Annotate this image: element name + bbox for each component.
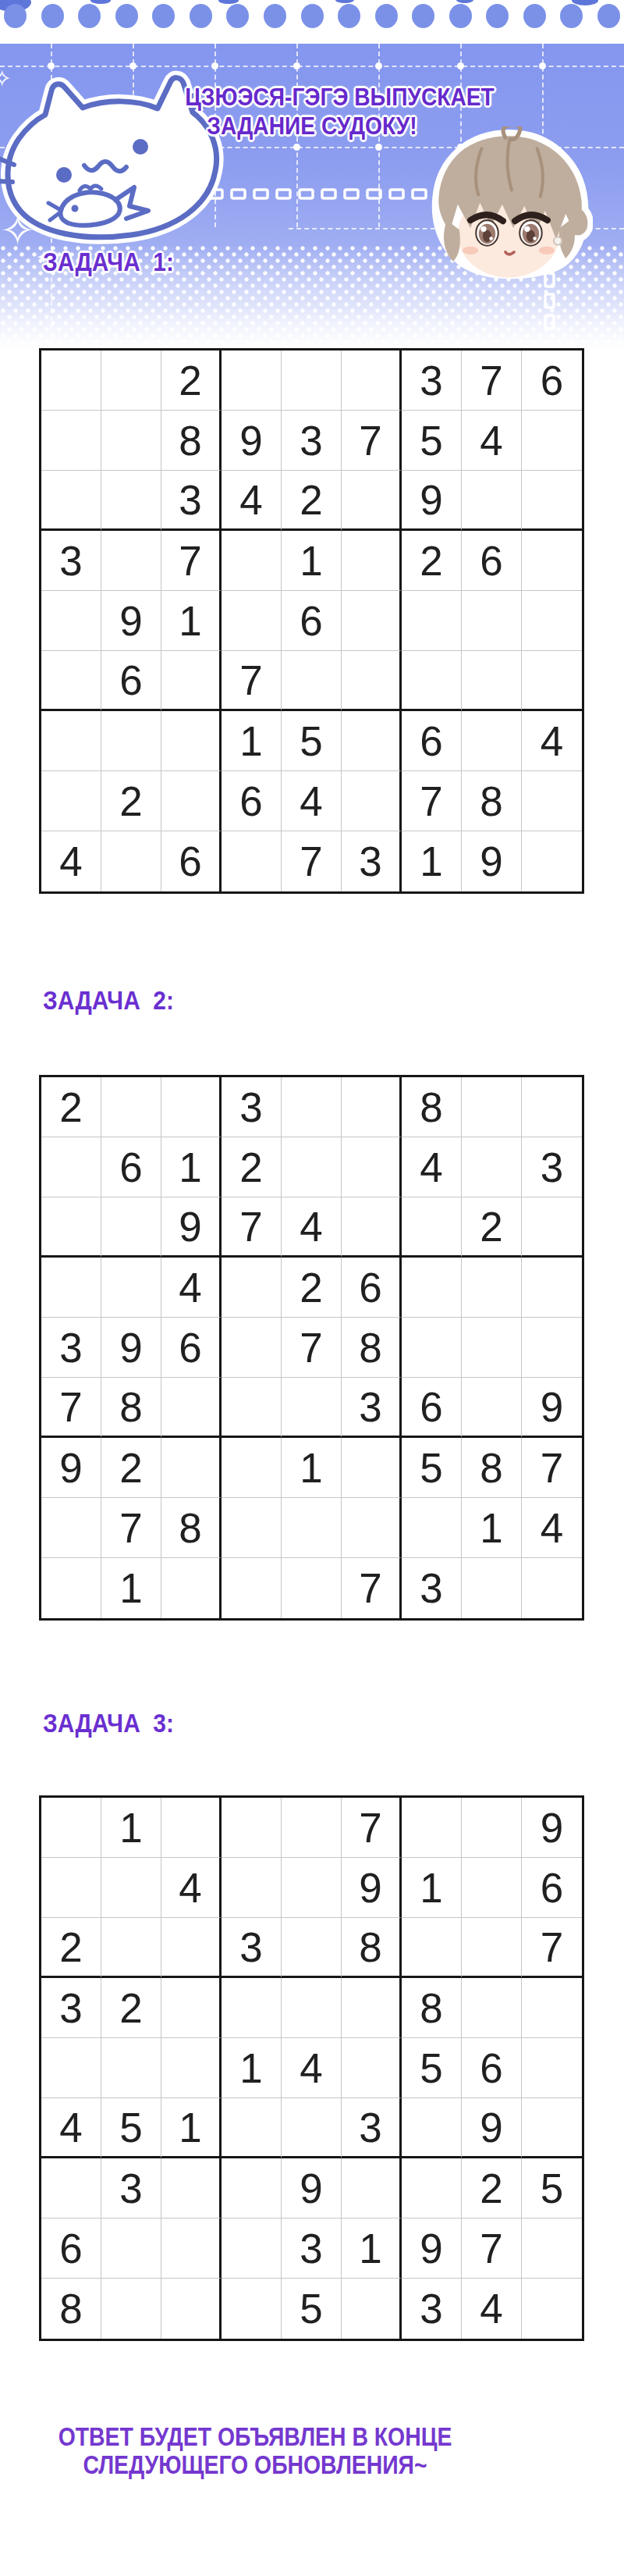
- sudoku-cell: 4: [462, 2279, 522, 2339]
- sudoku-cell: [222, 1498, 282, 1558]
- sudoku-cell: 7: [282, 1318, 342, 1378]
- sudoku-cell: 1: [101, 1558, 161, 1618]
- sudoku-cell: 3: [282, 411, 342, 471]
- sudoku-cell: 1: [462, 1498, 522, 1558]
- sudoku-cell: [342, 1498, 402, 1558]
- sudoku-cell: 7: [462, 350, 522, 411]
- sudoku-cell: [161, 2158, 222, 2218]
- sudoku-cell: [282, 1498, 342, 1558]
- sudoku-cell: 2: [101, 771, 161, 831]
- perforation-dot: [449, 4, 472, 28]
- sudoku-cell: [462, 1137, 522, 1197]
- sudoku-cell: [41, 1197, 101, 1258]
- sudoku-grid-1: 237689375434293712691667156426478467319: [39, 348, 584, 894]
- sudoku-cell: [342, 1978, 402, 2038]
- decor-bump: [456, 0, 473, 3]
- sudoku-cell: [161, 2038, 222, 2098]
- perforation-dot: [115, 4, 138, 28]
- sudoku-cell: [282, 1798, 342, 1858]
- sudoku-cell: 2: [101, 1978, 161, 2038]
- sudoku-cell: 9: [462, 2098, 522, 2158]
- sudoku-cell: 1: [161, 591, 222, 651]
- perforation-dot: [78, 4, 101, 28]
- sudoku-cell: [522, 471, 582, 531]
- sudoku-cell: [342, 471, 402, 531]
- sudoku-cell: [282, 1137, 342, 1197]
- sudoku-cell: [41, 771, 101, 831]
- sudoku-cell: 6: [101, 651, 161, 711]
- sudoku-cell: [41, 2038, 101, 2098]
- sudoku-cell: 4: [222, 471, 282, 531]
- sudoku-cell: [101, 350, 161, 411]
- sudoku-cell: [462, 1558, 522, 1618]
- sudoku-cell: 9: [462, 831, 522, 891]
- task-3-label: ЗАДАЧА 3:: [43, 1708, 174, 1738]
- sudoku-cell: [282, 2098, 342, 2158]
- grid-intersection-dot: [293, 62, 300, 69]
- sudoku-cell: 2: [462, 1197, 522, 1258]
- sudoku-cell: [101, 2279, 161, 2339]
- sudoku-cell: 3: [161, 471, 222, 531]
- sudoku-cell: 3: [342, 2098, 402, 2158]
- sudoku-cell: 9: [41, 1438, 101, 1498]
- sudoku-cell: [101, 1258, 161, 1318]
- sudoku-cell: [402, 1197, 462, 1258]
- sudoku-cell: 6: [342, 1258, 402, 1318]
- decor-bump: [335, 0, 354, 3]
- sudoku-cell: 9: [282, 2158, 342, 2218]
- sudoku-cell: [342, 1197, 402, 1258]
- sudoku-cell: [342, 2158, 402, 2218]
- sudoku-cell: 6: [222, 771, 282, 831]
- sudoku-cell: [41, 591, 101, 651]
- sudoku-cell: [342, 651, 402, 711]
- sudoku-cell: [522, 411, 582, 471]
- sudoku-cell: 1: [402, 1858, 462, 1918]
- sudoku-cell: 6: [282, 591, 342, 651]
- sudoku-cell: [41, 471, 101, 531]
- speech-line-2: ЗАДАНИЕ СУДОКУ!: [185, 112, 439, 141]
- sudoku-cell: [222, 1978, 282, 2038]
- perforation-dot: [4, 4, 27, 28]
- sudoku-cell: 2: [161, 350, 222, 411]
- sudoku-cell: 4: [402, 1137, 462, 1197]
- sudoku-cell: [222, 591, 282, 651]
- sudoku-cell: 8: [462, 771, 522, 831]
- sudoku-cell: [161, 1378, 222, 1438]
- sudoku-cell: 8: [161, 411, 222, 471]
- sudoku-cell: [342, 1137, 402, 1197]
- sudoku-cell: 2: [41, 1918, 101, 1978]
- sudoku-cell: 5: [282, 711, 342, 771]
- sudoku-cell: [101, 1197, 161, 1258]
- sudoku-cell: 8: [161, 1498, 222, 1558]
- sudoku-cell: 6: [41, 2218, 101, 2279]
- comic-page: ✦ ✧ ✧ ✦ ЦЗЮЭСЯ-ГЭГЭ ВЫПУСКАЕТ ЗАДАНИЕ СУ…: [0, 0, 624, 2576]
- sudoku-cell: [342, 350, 402, 411]
- sudoku-cell: 9: [101, 1318, 161, 1378]
- sudoku-cell: [402, 1498, 462, 1558]
- sudoku-cell: [41, 711, 101, 771]
- sudoku-cell: [402, 2158, 462, 2218]
- sudoku-cell: 3: [41, 531, 101, 591]
- sudoku-cell: 6: [462, 531, 522, 591]
- sudoku-cell: 6: [462, 2038, 522, 2098]
- sudoku-cell: 3: [522, 1137, 582, 1197]
- sudoku-cell: [222, 1378, 282, 1438]
- sudoku-cell: 5: [522, 2158, 582, 2218]
- sudoku-cell: 7: [342, 1558, 402, 1618]
- sudoku-cell: [342, 771, 402, 831]
- sudoku-cell: [342, 2038, 402, 2098]
- sudoku-cell: [462, 1978, 522, 2038]
- sudoku-cell: [522, 651, 582, 711]
- sudoku-cell: 7: [161, 531, 222, 591]
- sudoku-cell: 3: [222, 1918, 282, 1978]
- sudoku-cell: 3: [402, 350, 462, 411]
- sudoku-cell: [402, 1798, 462, 1858]
- sudoku-cell: [342, 531, 402, 591]
- sudoku-cell: [101, 831, 161, 891]
- sudoku-grid-3: 179491623873281456451393925631978534: [39, 1795, 584, 2341]
- sudoku-cell: [222, 1858, 282, 1918]
- sudoku-cell: [101, 2038, 161, 2098]
- sudoku-cell: [41, 1558, 101, 1618]
- grid-intersection-dot: [375, 62, 382, 69]
- sudoku-cell: 9: [161, 1197, 222, 1258]
- sudoku-cell: [222, 1258, 282, 1318]
- sudoku-cell: [342, 711, 402, 771]
- sudoku-cell: 2: [222, 1137, 282, 1197]
- sudoku-cell: 2: [282, 471, 342, 531]
- sudoku-cell: [101, 1858, 161, 1918]
- sudoku-cell: [402, 651, 462, 711]
- sudoku-cell: [522, 531, 582, 591]
- sudoku-cell: [161, 711, 222, 771]
- sudoku-cell: [522, 1558, 582, 1618]
- speech-text: ЦЗЮЭСЯ-ГЭГЭ ВЫПУСКАЕТ ЗАДАНИЕ СУДОКУ!: [185, 83, 439, 141]
- sudoku-cell: [522, 1258, 582, 1318]
- speech-line-1: ЦЗЮЭСЯ-ГЭГЭ ВЫПУСКАЕТ: [185, 83, 439, 112]
- sudoku-cell: 5: [402, 411, 462, 471]
- sudoku-cell: [402, 591, 462, 651]
- sudoku-cell: 3: [222, 1077, 282, 1137]
- grid-intersection-dot: [539, 62, 546, 69]
- sudoku-cell: [161, 771, 222, 831]
- perforation-dot: [190, 4, 212, 28]
- sudoku-cell: [161, 2279, 222, 2339]
- sudoku-cell: 2: [282, 1258, 342, 1318]
- task-1-label: ЗАДАЧА 1:: [43, 247, 174, 277]
- sudoku-cell: 2: [462, 2158, 522, 2218]
- perforation-dot: [338, 4, 360, 28]
- sudoku-cell: [522, 2038, 582, 2098]
- perforation-dot: [412, 4, 434, 28]
- perforation-dot: [375, 4, 398, 28]
- grid-intersection-dot: [375, 144, 382, 151]
- sudoku-cell: [222, 2158, 282, 2218]
- sudoku-cell: [161, 1918, 222, 1978]
- sudoku-cell: [462, 471, 522, 531]
- sudoku-cell: 4: [41, 831, 101, 891]
- sudoku-cell: 6: [161, 1318, 222, 1378]
- perforation-dot: [41, 4, 64, 28]
- sudoku-cell: [522, 771, 582, 831]
- sudoku-cell: 3: [282, 2218, 342, 2279]
- perforation-dot: [301, 4, 324, 28]
- sudoku-cell: 4: [282, 771, 342, 831]
- sudoku-cell: 3: [402, 1558, 462, 1618]
- sudoku-cell: [462, 1918, 522, 1978]
- sudoku-cell: [222, 1798, 282, 1858]
- footer-note: ОТВЕТ БУДЕТ ОБЪЯВЛЕН В КОНЦЕ СЛЕДУЮЩЕГО …: [36, 2423, 474, 2480]
- sudoku-grid-2: 23861243974242639678783699215877814173: [39, 1075, 584, 1621]
- top-perforation-strip: [0, 0, 624, 44]
- sudoku-cell: 6: [402, 711, 462, 771]
- perforation-dot: [486, 4, 509, 28]
- sudoku-cell: 1: [161, 2098, 222, 2158]
- sudoku-cell: [41, 1858, 101, 1918]
- sudoku-cell: [522, 831, 582, 891]
- sudoku-cell: [41, 1137, 101, 1197]
- sudoku-cell: 1: [282, 1438, 342, 1498]
- sudoku-cell: [161, 1798, 222, 1858]
- sudoku-cell: [101, 1918, 161, 1978]
- sudoku-cell: [41, 1258, 101, 1318]
- perforation-dot: [523, 4, 546, 28]
- sudoku-cell: 8: [402, 1077, 462, 1137]
- sudoku-cell: 5: [402, 2038, 462, 2098]
- sudoku-cell: 3: [41, 1978, 101, 2038]
- sudoku-cell: [402, 1918, 462, 1978]
- sudoku-cell: [342, 1438, 402, 1498]
- sudoku-cell: [222, 350, 282, 411]
- sudoku-cell: 7: [342, 1798, 402, 1858]
- sudoku-cell: [462, 1798, 522, 1858]
- sudoku-cell: 9: [342, 1858, 402, 1918]
- sudoku-cell: 7: [222, 651, 282, 711]
- sudoku-cell: [522, 1077, 582, 1137]
- sudoku-cell: [462, 1258, 522, 1318]
- sudoku-cell: 3: [101, 2158, 161, 2218]
- sudoku-cell: [282, 1077, 342, 1137]
- sudoku-cell: [222, 531, 282, 591]
- sudoku-cell: [522, 2098, 582, 2158]
- sudoku-cell: 9: [222, 411, 282, 471]
- sudoku-cell: [462, 711, 522, 771]
- sudoku-cell: 6: [522, 350, 582, 411]
- perforation-dot: [264, 4, 286, 28]
- sudoku-cell: 7: [462, 2218, 522, 2279]
- perforation-dot: [597, 4, 620, 28]
- sudoku-cell: 9: [402, 471, 462, 531]
- sudoku-cell: [41, 651, 101, 711]
- sudoku-cell: 1: [222, 711, 282, 771]
- sudoku-cell: 9: [522, 1798, 582, 1858]
- sudoku-cell: 5: [101, 2098, 161, 2158]
- sudoku-cell: 7: [282, 831, 342, 891]
- task-2-label: ЗАДАЧА 2:: [43, 985, 174, 1016]
- sudoku-cell: [161, 1077, 222, 1137]
- sudoku-cell: [222, 831, 282, 891]
- sudoku-cell: [282, 350, 342, 411]
- sudoku-cell: 4: [462, 411, 522, 471]
- sudoku-cell: 9: [402, 2218, 462, 2279]
- sudoku-cell: [282, 1378, 342, 1438]
- sudoku-cell: 5: [282, 2279, 342, 2339]
- sudoku-cell: [101, 471, 161, 531]
- sudoku-cell: [282, 1558, 342, 1618]
- sudoku-cell: 7: [222, 1197, 282, 1258]
- sudoku-cell: [402, 2098, 462, 2158]
- sudoku-cell: 2: [402, 531, 462, 591]
- sudoku-cell: 9: [101, 591, 161, 651]
- perforation-dots-row: [0, 4, 624, 28]
- sudoku-cell: [342, 2279, 402, 2339]
- grid-intersection-dot: [457, 62, 464, 69]
- grid-intersection-dot: [293, 144, 300, 151]
- sudoku-cell: [41, 1498, 101, 1558]
- sudoku-cell: [522, 1197, 582, 1258]
- sudoku-cell: [342, 591, 402, 651]
- sudoku-cell: [462, 1318, 522, 1378]
- perforation-dot: [152, 4, 175, 28]
- sudoku-cell: [462, 651, 522, 711]
- sudoku-cell: 7: [522, 1918, 582, 1978]
- sudoku-cell: 9: [522, 1378, 582, 1438]
- sudoku-cell: 6: [522, 1858, 582, 1918]
- sudoku-cell: [41, 1798, 101, 1858]
- sudoku-cell: [282, 1918, 342, 1978]
- sudoku-cell: 1: [222, 2038, 282, 2098]
- sudoku-cell: 6: [101, 1137, 161, 1197]
- footer-line-2: СЛЕДУЮЩЕГО ОБНОВЛЕНИЯ~: [36, 2451, 474, 2479]
- sudoku-cell: 7: [101, 1498, 161, 1558]
- sudoku-cell: 1: [101, 1798, 161, 1858]
- sudoku-cell: [282, 1978, 342, 2038]
- sudoku-cell: 4: [161, 1858, 222, 1918]
- sudoku-cell: [101, 411, 161, 471]
- sudoku-cell: 7: [402, 771, 462, 831]
- sudoku-cell: [41, 2158, 101, 2218]
- sudoku-cell: 3: [342, 1378, 402, 1438]
- sudoku-cell: [522, 2279, 582, 2339]
- footer-line-1: ОТВЕТ БУДЕТ ОБЪЯВЛЕН В КОНЦЕ: [36, 2423, 474, 2451]
- sudoku-cell: 4: [522, 711, 582, 771]
- sudoku-cell: 1: [282, 531, 342, 591]
- sudoku-cell: [222, 2098, 282, 2158]
- sudoku-cell: [282, 1858, 342, 1918]
- sudoku-cell: 7: [41, 1378, 101, 1438]
- sudoku-cell: 2: [41, 1077, 101, 1137]
- sudoku-cell: [222, 2218, 282, 2279]
- sudoku-cell: [522, 1978, 582, 2038]
- sudoku-cell: [462, 1077, 522, 1137]
- sudoku-cell: [161, 2218, 222, 2279]
- sudoku-cell: [101, 711, 161, 771]
- sudoku-cell: 1: [342, 2218, 402, 2279]
- sudoku-cell: [522, 2218, 582, 2279]
- sudoku-cell: 1: [161, 1137, 222, 1197]
- sudoku-cell: [282, 651, 342, 711]
- sudoku-cell: 4: [41, 2098, 101, 2158]
- sudoku-cell: [41, 411, 101, 471]
- sudoku-cell: 7: [522, 1438, 582, 1498]
- sudoku-cell: [462, 591, 522, 651]
- sudoku-cell: 3: [41, 1318, 101, 1378]
- sudoku-cell: 4: [161, 1258, 222, 1318]
- sudoku-cell: 6: [402, 1378, 462, 1438]
- sudoku-cell: [101, 2218, 161, 2279]
- sudoku-cell: 4: [522, 1498, 582, 1558]
- perforation-dot: [226, 4, 249, 28]
- sudoku-cell: [522, 1318, 582, 1378]
- sudoku-cell: [462, 1858, 522, 1918]
- sudoku-cell: [462, 1378, 522, 1438]
- sudoku-cell: [161, 1558, 222, 1618]
- perforation-dot: [560, 4, 583, 28]
- sudoku-cell: [161, 1438, 222, 1498]
- sudoku-cell: [402, 1318, 462, 1378]
- sudoku-cell: [161, 651, 222, 711]
- sudoku-cell: [222, 1318, 282, 1378]
- sudoku-cell: 4: [282, 1197, 342, 1258]
- sudoku-cell: 7: [342, 411, 402, 471]
- sudoku-cell: [342, 1077, 402, 1137]
- sudoku-cell: [101, 531, 161, 591]
- sudoku-cell: [222, 1558, 282, 1618]
- sudoku-cell: 8: [342, 1318, 402, 1378]
- sudoku-cell: [402, 1258, 462, 1318]
- sudoku-cell: [101, 1077, 161, 1137]
- sudoku-cell: 3: [342, 831, 402, 891]
- sudoku-cell: 8: [462, 1438, 522, 1498]
- chibi-avatar: [426, 126, 593, 304]
- sudoku-cell: 5: [402, 1438, 462, 1498]
- sudoku-cell: 8: [41, 2279, 101, 2339]
- sudoku-cell: 8: [342, 1918, 402, 1978]
- hero-banner: ✦ ✧ ✧ ✦ ЦЗЮЭСЯ-ГЭГЭ ВЫПУСКАЕТ ЗАДАНИЕ СУ…: [0, 44, 624, 367]
- sudoku-cell: 8: [101, 1378, 161, 1438]
- sudoku-cell: [222, 2279, 282, 2339]
- sudoku-cell: 4: [282, 2038, 342, 2098]
- sudoku-cell: [161, 1978, 222, 2038]
- sudoku-cell: [522, 591, 582, 651]
- sudoku-cell: 2: [101, 1438, 161, 1498]
- sudoku-cell: 8: [402, 1978, 462, 2038]
- sudoku-cell: [41, 350, 101, 411]
- sudoku-cell: 1: [402, 831, 462, 891]
- sudoku-cell: 6: [161, 831, 222, 891]
- sudoku-cell: [222, 1438, 282, 1498]
- sudoku-cell: 3: [402, 2279, 462, 2339]
